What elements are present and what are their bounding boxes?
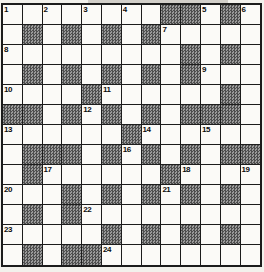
block-cell-r3c12 (221, 45, 241, 65)
clue-number-2: 2 (44, 5, 48, 14)
clue-number-10: 10 (4, 85, 12, 94)
white-cell-r6c7[interactable] (122, 105, 142, 125)
white-cell-r11c3[interactable] (43, 205, 63, 225)
white-cell-r7c6[interactable] (102, 125, 122, 145)
clue-number-21: 21 (162, 185, 170, 194)
white-cell-r12c5[interactable] (82, 225, 102, 245)
white-cell-r3c7[interactable] (122, 45, 142, 65)
white-cell-r7c2[interactable] (23, 125, 43, 145)
white-cell-r13c1[interactable] (3, 245, 23, 265)
block-cell-r10c6 (102, 185, 122, 205)
clue-number-9: 9 (202, 65, 206, 74)
block-cell-r2c2 (23, 25, 43, 45)
white-cell-r2c11[interactable] (201, 25, 221, 45)
block-cell-r9c2 (23, 165, 43, 185)
block-cell-r1c12 (221, 5, 241, 25)
white-cell-r3c13[interactable] (241, 45, 261, 65)
white-cell-r6c5[interactable]: 12 (82, 105, 102, 125)
white-cell-r4c5[interactable] (82, 65, 102, 85)
white-cell-r7c1[interactable]: 13 (3, 125, 23, 145)
white-cell-r3c8[interactable] (142, 45, 162, 65)
block-cell-r6c2 (23, 105, 43, 125)
white-cell-r11c7[interactable] (122, 205, 142, 225)
block-cell-r6c11 (201, 105, 221, 125)
block-cell-r6c10 (181, 105, 201, 125)
white-cell-r6c3[interactable] (43, 105, 63, 125)
white-cell-r5c7[interactable] (122, 85, 142, 105)
white-cell-r8c7[interactable]: 16 (122, 145, 142, 165)
block-cell-r7c7 (122, 125, 142, 145)
white-cell-r9c1[interactable] (3, 165, 23, 185)
white-cell-r3c6[interactable] (102, 45, 122, 65)
white-cell-r2c3[interactable] (43, 25, 63, 45)
white-cell-r8c9[interactable] (161, 145, 181, 165)
block-cell-r8c6 (102, 145, 122, 165)
white-cell-r3c9[interactable] (161, 45, 181, 65)
white-cell-r9c11[interactable] (201, 165, 221, 185)
block-cell-r6c4 (62, 105, 82, 125)
white-cell-r3c1[interactable]: 8 (3, 45, 23, 65)
block-cell-r1c9 (161, 5, 181, 25)
white-cell-r2c7[interactable] (122, 25, 142, 45)
clue-number-7: 7 (162, 25, 166, 34)
white-cell-r8c1[interactable] (3, 145, 23, 165)
white-cell-r13c10[interactable] (181, 245, 201, 265)
clue-number-12: 12 (83, 105, 91, 114)
white-cell-r3c3[interactable] (43, 45, 63, 65)
white-cell-r12c13[interactable] (241, 225, 261, 245)
white-cell-r3c11[interactable] (201, 45, 221, 65)
white-cell-r11c5[interactable]: 22 (82, 205, 102, 225)
clue-number-17: 17 (44, 165, 52, 174)
block-cell-r6c8 (142, 105, 162, 125)
clue-number-15: 15 (202, 125, 210, 134)
white-cell-r1c13[interactable]: 6 (241, 5, 261, 25)
clue-number-8: 8 (4, 45, 8, 54)
white-cell-r11c13[interactable] (241, 205, 261, 225)
block-cell-r8c2 (23, 145, 43, 165)
white-cell-r11c12[interactable] (221, 205, 241, 225)
white-cell-r2c1[interactable] (3, 25, 23, 45)
block-cell-r8c3 (43, 145, 63, 165)
white-cell-r4c9[interactable] (161, 65, 181, 85)
block-cell-r4c6 (102, 65, 122, 85)
clue-number-22: 22 (83, 205, 91, 214)
white-cell-r7c9[interactable] (161, 125, 181, 145)
clue-number-11: 11 (103, 85, 110, 94)
white-cell-r13c9[interactable] (161, 245, 181, 265)
clue-number-19: 19 (242, 165, 250, 174)
block-cell-r13c4 (62, 245, 82, 265)
white-cell-r11c11[interactable] (201, 205, 221, 225)
white-cell-r13c12[interactable] (221, 245, 241, 265)
white-cell-r6c9[interactable] (161, 105, 181, 125)
white-cell-r7c5[interactable] (82, 125, 102, 145)
block-cell-r4c4 (62, 65, 82, 85)
block-cell-r4c10 (181, 65, 201, 85)
white-cell-r11c8[interactable] (142, 205, 162, 225)
white-cell-r5c11[interactable] (201, 85, 221, 105)
clue-number-3: 3 (83, 5, 87, 14)
crossword-board: 123456789101112131415161718192021222324 (1, 3, 262, 267)
white-cell-r3c5[interactable] (82, 45, 102, 65)
white-cell-r13c6[interactable]: 24 (102, 245, 122, 265)
white-cell-r1c6[interactable] (102, 5, 122, 25)
clue-number-20: 20 (4, 185, 12, 194)
white-cell-r10c7[interactable] (122, 185, 142, 205)
block-cell-r12c6 (102, 225, 122, 245)
white-cell-r5c3[interactable] (43, 85, 63, 105)
white-cell-r1c11[interactable]: 5 (201, 5, 221, 25)
block-cell-r10c12 (221, 185, 241, 205)
white-cell-r13c11[interactable] (201, 245, 221, 265)
white-cell-r2c10[interactable] (181, 25, 201, 45)
block-cell-r6c12 (221, 105, 241, 125)
block-cell-r8c12 (221, 145, 241, 165)
block-cell-r4c2 (23, 65, 43, 85)
block-cell-r2c4 (62, 25, 82, 45)
white-cell-r12c1[interactable]: 23 (3, 225, 23, 245)
white-cell-r4c3[interactable] (43, 65, 63, 85)
white-cell-r10c11[interactable] (201, 185, 221, 205)
white-cell-r3c4[interactable] (62, 45, 82, 65)
block-cell-r8c4 (62, 145, 82, 165)
white-cell-r1c3[interactable]: 2 (43, 5, 63, 25)
white-cell-r9c5[interactable] (82, 165, 102, 185)
block-cell-r4c8 (142, 65, 162, 85)
clue-number-24: 24 (103, 245, 111, 254)
white-cell-r12c4[interactable] (62, 225, 82, 245)
white-cell-r1c5[interactable]: 3 (82, 5, 102, 25)
white-cell-r4c12[interactable] (221, 65, 241, 85)
white-cell-r12c2[interactable] (23, 225, 43, 245)
block-cell-r12c8 (142, 225, 162, 245)
white-cell-r13c8[interactable] (142, 245, 162, 265)
white-cell-r10c9[interactable]: 21 (161, 185, 181, 205)
white-cell-r1c1[interactable]: 1 (3, 5, 23, 25)
white-cell-r2c13[interactable] (241, 25, 261, 45)
white-cell-r5c9[interactable] (161, 85, 181, 105)
white-cell-r7c13[interactable] (241, 125, 261, 145)
block-cell-r10c8 (142, 185, 162, 205)
clue-number-18: 18 (182, 165, 190, 174)
white-cell-r12c11[interactable] (201, 225, 221, 245)
white-cell-r11c1[interactable] (3, 205, 23, 225)
clue-number-23: 23 (4, 225, 12, 234)
white-cell-r9c13[interactable]: 19 (241, 165, 261, 185)
white-cell-r1c2[interactable] (23, 5, 43, 25)
white-cell-r5c10[interactable] (181, 85, 201, 105)
block-cell-r8c13 (241, 145, 261, 165)
white-cell-r11c10[interactable] (181, 205, 201, 225)
white-cell-r5c4[interactable] (62, 85, 82, 105)
white-cell-r9c6[interactable] (102, 165, 122, 185)
white-cell-r11c9[interactable] (161, 205, 181, 225)
block-cell-r2c6 (102, 25, 122, 45)
white-cell-r13c13[interactable] (241, 245, 261, 265)
clue-number-1: 1 (4, 5, 8, 14)
clue-number-4: 4 (123, 5, 127, 14)
white-cell-r4c11[interactable]: 9 (201, 65, 221, 85)
clue-number-13: 13 (4, 125, 12, 134)
clue-number-14: 14 (143, 125, 151, 134)
clue-number-6: 6 (242, 5, 246, 14)
white-cell-r13c7[interactable] (122, 245, 142, 265)
white-cell-r10c5[interactable] (82, 185, 102, 205)
block-cell-r12c12 (221, 225, 241, 245)
block-cell-r8c10 (181, 145, 201, 165)
white-cell-r4c13[interactable] (241, 65, 261, 85)
white-cell-r2c12[interactable] (221, 25, 241, 45)
block-cell-r5c5 (82, 85, 102, 105)
block-cell-r1c10 (181, 5, 201, 25)
white-cell-r7c10[interactable] (181, 125, 201, 145)
white-cell-r9c3[interactable]: 17 (43, 165, 63, 185)
white-cell-r1c4[interactable] (62, 5, 82, 25)
white-cell-r5c13[interactable] (241, 85, 261, 105)
white-cell-r7c8[interactable]: 14 (142, 125, 162, 145)
block-cell-r10c4 (62, 185, 82, 205)
block-cell-r11c2 (23, 205, 43, 225)
white-cell-r5c2[interactable] (23, 85, 43, 105)
block-cell-r13c2 (23, 245, 43, 265)
white-cell-r2c9[interactable]: 7 (161, 25, 181, 45)
block-cell-r5c12 (221, 85, 241, 105)
white-cell-r9c8[interactable] (142, 165, 162, 185)
white-cell-r9c10[interactable]: 18 (181, 165, 201, 185)
white-cell-r9c4[interactable] (62, 165, 82, 185)
clue-number-16: 16 (123, 145, 131, 154)
white-cell-r12c9[interactable] (161, 225, 181, 245)
white-cell-r1c7[interactable]: 4 (122, 5, 142, 25)
white-cell-r12c7[interactable] (122, 225, 142, 245)
white-cell-r11c6[interactable] (102, 205, 122, 225)
white-cell-r2c5[interactable] (82, 25, 102, 45)
white-cell-r5c1[interactable]: 10 (3, 85, 23, 105)
white-cell-r6c13[interactable] (241, 105, 261, 125)
block-cell-r9c9 (161, 165, 181, 185)
white-cell-r9c7[interactable] (122, 165, 142, 185)
white-cell-r10c13[interactable] (241, 185, 261, 205)
white-cell-r7c4[interactable] (62, 125, 82, 145)
white-cell-r7c3[interactable] (43, 125, 63, 145)
white-cell-r7c11[interactable]: 15 (201, 125, 221, 145)
white-cell-r4c7[interactable] (122, 65, 142, 85)
white-cell-r8c5[interactable] (82, 145, 102, 165)
white-cell-r5c8[interactable] (142, 85, 162, 105)
white-cell-r10c1[interactable]: 20 (3, 185, 23, 205)
block-cell-r6c1 (3, 105, 23, 125)
white-cell-r10c3[interactable] (43, 185, 63, 205)
block-cell-r3c10 (181, 45, 201, 65)
white-cell-r1c8[interactable] (142, 5, 162, 25)
block-cell-r10c10 (181, 185, 201, 205)
block-cell-r8c8 (142, 145, 162, 165)
block-cell-r13c5 (82, 245, 102, 265)
clue-number-5: 5 (202, 5, 206, 14)
white-cell-r7c12[interactable] (221, 125, 241, 145)
white-cell-r8c11[interactable] (201, 145, 221, 165)
white-cell-r4c1[interactable] (3, 65, 23, 85)
block-cell-r2c8 (142, 25, 162, 45)
white-cell-r10c2[interactable] (23, 185, 43, 205)
white-cell-r13c3[interactable] (43, 245, 63, 265)
block-cell-r11c4 (62, 205, 82, 225)
block-cell-r6c6 (102, 105, 122, 125)
white-cell-r12c3[interactable] (43, 225, 63, 245)
white-cell-r9c12[interactable] (221, 165, 241, 185)
white-cell-r5c6[interactable]: 11 (102, 85, 122, 105)
crossword-grid: 123456789101112131415161718192021222324 (1, 3, 262, 267)
white-cell-r3c2[interactable] (23, 45, 43, 65)
block-cell-r12c10 (181, 225, 201, 245)
